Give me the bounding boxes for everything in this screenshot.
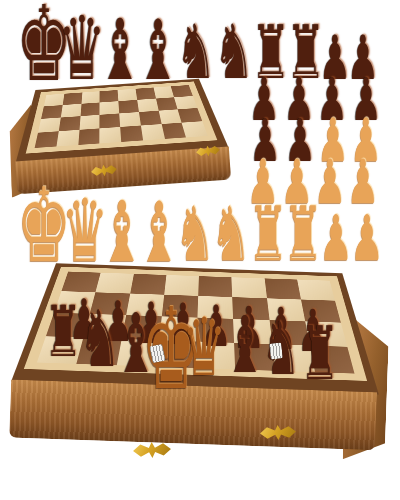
- maple-border: [24, 267, 367, 381]
- piece-light-pawn: ♟: [317, 110, 349, 170]
- board-square-light: [164, 275, 199, 296]
- piece-light-bishop: ♝: [99, 190, 144, 274]
- piece-dark-pawn: ♟: [316, 70, 348, 129]
- board-square-dark: [35, 131, 59, 148]
- piece-dark-pawn: ♟: [319, 27, 352, 88]
- piece-dark-king: ♚: [16, 0, 72, 96]
- piece-light-bishop: ♝: [137, 191, 182, 274]
- board-square-light: [100, 127, 122, 144]
- piece-light-pawn: ♟: [314, 151, 347, 212]
- piece-dark-pawn: ♟: [249, 111, 281, 170]
- board-square-dark: [197, 318, 235, 343]
- piece-dark-pawn: ♟: [347, 27, 380, 88]
- board-square-light: [267, 298, 305, 321]
- board-square-dark: [301, 299, 341, 322]
- piece-light-pawn: ♟: [247, 151, 280, 212]
- board-square-dark: [310, 345, 355, 373]
- board-square-light: [272, 344, 315, 372]
- piece-light-pawn: ♟: [319, 207, 353, 270]
- board-square-light: [233, 319, 272, 344]
- display-board-top: [11, 263, 379, 394]
- board-square-light: [159, 316, 198, 341]
- piece-light-knight: ♞: [211, 197, 251, 272]
- piece-light-pawn: ♟: [281, 151, 314, 212]
- chess-set-product-photo: ♟♟♟♟♟♟♟♟♜♞♝♚♛♝♞♜ ♚♛♝♝♞♞♜♜♟♟♟♟♟♟♟♟♟♟♟♟♟♟♚…: [0, 0, 400, 500]
- board-square-dark: [90, 292, 130, 315]
- board-square-light: [126, 294, 164, 317]
- walnut-rim: [11, 263, 379, 394]
- piece-dark-bishop: ♝: [97, 8, 142, 92]
- piece-light-pawn: ♟: [350, 207, 384, 270]
- board-square-dark: [269, 320, 309, 345]
- piece-dark-pawn: ♟: [350, 70, 382, 129]
- board-square-light: [56, 130, 79, 147]
- board-square-dark: [61, 272, 100, 293]
- board-square-light: [305, 321, 347, 346]
- board-square-dark: [162, 295, 199, 318]
- piece-light-pawn: ♟: [347, 151, 380, 212]
- board-square-light: [84, 314, 126, 339]
- piece-dark-pawn: ♟: [283, 70, 315, 129]
- board-square-light: [197, 296, 233, 319]
- piece-dark-pawn: ♟: [248, 70, 280, 129]
- board-square-dark: [264, 278, 301, 299]
- piece-light-pawn: ♟: [350, 110, 382, 170]
- piece-light-rook: ♜: [248, 197, 288, 272]
- board-square-light: [232, 277, 267, 298]
- board-square-light: [196, 342, 236, 370]
- piece-light-rook: ♜: [283, 197, 323, 272]
- board-square-light: [182, 121, 208, 137]
- board-square-light: [297, 280, 335, 301]
- display-chessboard-box: [9, 260, 383, 459]
- board-square-light: [116, 339, 159, 367]
- board-square-dark: [232, 297, 269, 320]
- board-square-dark: [130, 274, 166, 295]
- board-square-dark: [234, 343, 275, 371]
- maple-border: [26, 81, 218, 153]
- display-box-front-face: [9, 380, 377, 451]
- board-square-dark: [120, 126, 143, 142]
- piece-dark-pawn: ♟: [284, 111, 316, 170]
- piece-dark-rook: ♜: [286, 15, 326, 89]
- piece-dark-queen: ♛: [58, 5, 105, 93]
- board-square-dark: [156, 340, 197, 368]
- piece-dark-rook: ♜: [251, 15, 291, 89]
- board-square-dark: [77, 338, 122, 366]
- board-square-dark: [121, 315, 161, 340]
- board-square-dark: [198, 276, 232, 297]
- piece-light-knight: ♞: [175, 197, 215, 272]
- folded-chessboard-box: [10, 77, 231, 202]
- chessboard-grid: [35, 85, 208, 148]
- board-square-light: [54, 291, 96, 314]
- board-square-dark: [78, 128, 100, 145]
- board-square-dark: [46, 313, 90, 338]
- board-square-light: [96, 273, 134, 294]
- chessboard-grid: [37, 272, 355, 374]
